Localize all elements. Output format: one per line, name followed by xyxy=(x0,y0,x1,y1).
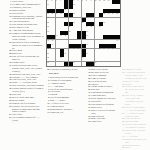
clue-text: Describe 32-year-old up with a property … xyxy=(12,105,44,114)
cell-number: 37 xyxy=(47,31,49,33)
cell-number: 33 xyxy=(69,26,71,28)
clue-text: Historical period once called baroque co… xyxy=(12,64,44,73)
last-across-clue: 66Explained or captioned, in Italy xyxy=(46,68,84,71)
clue-number: 23 xyxy=(8,32,11,35)
clue-text: The Peninsula dropped off —— (1998) xyxy=(12,116,44,122)
clue-text: Night fliers xyxy=(91,120,118,123)
clue: 60Party of 72, a ring at "Park Oaks" and… xyxy=(121,94,147,106)
cell-number: 19 xyxy=(56,13,58,15)
cell-number: 47 xyxy=(52,44,54,46)
cell-number: 64 xyxy=(82,57,84,59)
clue-number: 15 xyxy=(8,15,11,18)
cell-number: 61 xyxy=(86,53,88,55)
cell-number: 7 xyxy=(82,0,83,1)
cell-number: 54 xyxy=(86,48,88,50)
cell-number: 53 xyxy=(77,48,79,50)
clue: 13Dandelion, e.g. xyxy=(46,111,84,114)
clue-number: 58 xyxy=(121,85,124,88)
clue-number: 13 xyxy=(46,111,49,114)
clue-number: 34 xyxy=(8,64,11,67)
cell-number: 50 xyxy=(64,48,66,50)
clue: 49Night fliers xyxy=(87,120,118,123)
cell-number: 3 xyxy=(56,0,57,1)
cell-number: 38 xyxy=(69,31,71,33)
cell-number: 44 xyxy=(47,40,49,42)
cell-number: 48 xyxy=(86,44,88,46)
cell-number: 26 xyxy=(47,17,49,19)
clue: 34Historical period once called baroque … xyxy=(8,64,44,73)
clue-text: Teacakes xyxy=(125,149,147,150)
cell-number: 23 xyxy=(108,13,110,15)
newspaper-crossword-page: 1Greek vowel5Cry made while fanning ones… xyxy=(0,0,150,150)
cell-number: 5 xyxy=(73,0,74,1)
cell-number: 24 xyxy=(112,13,114,15)
cell-number: 1 xyxy=(47,0,48,1)
clue-number: 66 xyxy=(46,68,49,71)
cell-number: 27 xyxy=(86,17,88,19)
cell-number: 66 xyxy=(73,62,75,64)
clue-number: 72 xyxy=(121,129,124,132)
cell-number: 12 xyxy=(103,0,105,1)
cell-number: 31 xyxy=(103,22,105,24)
cell-number: 49 xyxy=(47,48,49,50)
cell-number: 4 xyxy=(60,0,61,1)
cell-number: 41 xyxy=(60,35,62,37)
grid-cell[interactable] xyxy=(116,62,120,66)
across-clues-column: 1Greek vowel5Cry made while fanning ones… xyxy=(8,0,44,150)
cell-number: 30 xyxy=(82,22,84,24)
cell-number: 13 xyxy=(108,0,110,1)
cell-number: 25 xyxy=(116,13,118,15)
down-clues-column-right: 50Opposite of "Sold"52All that was said … xyxy=(121,68,147,150)
clue-number: 52 xyxy=(121,71,124,74)
cell-number: 20 xyxy=(60,13,62,15)
cell-number: 59 xyxy=(47,53,49,55)
cell-number: 17 xyxy=(47,13,49,15)
cell-number: 43 xyxy=(86,35,88,37)
clue-text: Explained or captioned, in Italy xyxy=(50,68,84,71)
clue: 58When George Mercer met on the way to t… xyxy=(121,85,147,94)
cell-number: 39 xyxy=(86,31,88,33)
clue-number: 63 xyxy=(8,116,11,119)
clue-text: Party of 72, a ring at "Park Oaks" and "… xyxy=(125,94,147,106)
cell-number: 60 xyxy=(64,53,66,55)
clue-text: When George Mercer met on the way to the… xyxy=(125,85,147,94)
cell-number: 9 xyxy=(90,0,91,1)
cell-number: 52 xyxy=(73,48,75,50)
cell-number: 57 xyxy=(108,48,110,50)
cell-number: 58 xyxy=(112,48,114,50)
cell-number: 29 xyxy=(73,22,75,24)
cell-number: 8 xyxy=(86,0,87,1)
clue: 82Teacakes xyxy=(121,149,147,150)
cell-number: 45 xyxy=(52,40,54,42)
cell-number: 40 xyxy=(56,35,58,37)
cell-number: 11 xyxy=(99,0,101,1)
cell-number: 21 xyxy=(73,13,75,15)
cell-number: 6 xyxy=(77,0,78,1)
cell-number: 14 xyxy=(47,4,49,6)
clue-number: 25 xyxy=(8,41,11,44)
clue-number: 62 xyxy=(121,106,124,109)
cell-number: 65 xyxy=(47,62,49,64)
clue-number: 43 xyxy=(87,109,90,112)
cell-number: 46 xyxy=(116,40,118,42)
clue-number: 55 xyxy=(8,105,11,108)
cell-number: 62 xyxy=(47,57,49,59)
cell-number: 34 xyxy=(86,26,88,28)
clue: 52All that was said aloud around Sunset … xyxy=(121,71,147,80)
down-clues-column-b: 14Most cereal carton16My baby sitter's t… xyxy=(87,68,118,150)
cell-number: 16 xyxy=(64,9,66,11)
clue: 66Explained or captioned, in Italy xyxy=(46,68,84,71)
clue-number: 60 xyxy=(121,94,124,97)
clue: 25Bad intent in festive ornaments, unles… xyxy=(8,41,44,50)
cell-number: 63 xyxy=(60,57,62,59)
cell-number: 15 xyxy=(73,4,75,6)
clue-text: Bad intent in festive ornaments, unless … xyxy=(12,41,44,50)
clue: 55Describe 32-year-old up with a propert… xyxy=(8,105,44,114)
down-clues-column-a: 66Explained or captioned, in Italy DOWN … xyxy=(46,68,84,150)
clue-number: 30 xyxy=(8,55,11,58)
clue-number: 76 xyxy=(121,138,124,141)
cell-number: 55 xyxy=(99,48,101,50)
clue-number: 82 xyxy=(121,149,124,150)
cell-number: 36 xyxy=(99,26,101,28)
crossword-grid[interactable]: 1234567891011121314151617181920212223242… xyxy=(46,0,121,67)
clue-text: All that was said aloud around Sunset ye… xyxy=(125,71,147,80)
cell-number: 51 xyxy=(69,48,71,50)
cell-number: 35 xyxy=(90,26,92,28)
cell-number: 28 xyxy=(47,22,49,24)
clue-number: 46 xyxy=(8,87,11,90)
cell-number: 2 xyxy=(52,0,53,1)
cell-number: 42 xyxy=(64,35,66,37)
clue: 63The Peninsula dropped off —— (1998) xyxy=(8,116,44,122)
clue: 23Dramatic reading memorization, about t… xyxy=(8,32,44,41)
clue-text: Dramatic reading memorization, about the… xyxy=(12,32,44,41)
clue-text: Dandelion, e.g. xyxy=(50,111,84,114)
cell-number: 10 xyxy=(95,0,97,1)
cell-number: 56 xyxy=(103,48,105,50)
cell-number: 18 xyxy=(52,13,54,15)
cell-number: 67 xyxy=(95,62,97,64)
clue-number: 70 xyxy=(121,123,124,126)
clue-number: 64 xyxy=(121,112,124,115)
cell-number: 22 xyxy=(103,13,105,15)
cell-number: 32 xyxy=(47,26,49,28)
clue-number: 49 xyxy=(87,120,90,123)
down-header: DOWN xyxy=(49,72,84,75)
